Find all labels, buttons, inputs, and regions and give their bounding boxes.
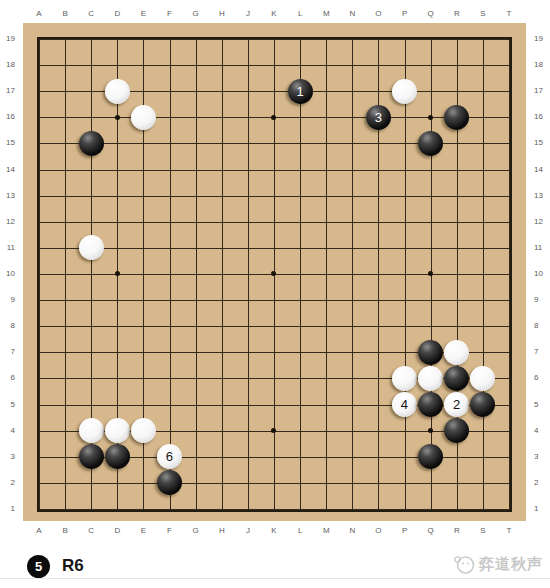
row-label-13-right: 13 bbox=[534, 191, 548, 201]
column-label-E: E bbox=[141, 526, 146, 536]
row-label-6-left: 6 bbox=[2, 373, 15, 383]
row-label-10-left: 10 bbox=[2, 269, 15, 279]
row-label-4-right: 4 bbox=[534, 426, 548, 436]
column-label-D: D bbox=[114, 526, 120, 536]
row-label-13-left: 13 bbox=[2, 191, 15, 201]
row-label-6-right: 6 bbox=[534, 373, 548, 383]
stone-black-Q3 bbox=[418, 444, 443, 469]
row-label-8-right: 8 bbox=[534, 321, 548, 331]
row-label-5-right: 5 bbox=[534, 400, 548, 410]
bottom-divider bbox=[0, 578, 550, 579]
column-label-F: F bbox=[167, 9, 172, 19]
stone-black-O16: 3 bbox=[366, 105, 391, 130]
row-label-18-left: 18 bbox=[2, 60, 15, 70]
stone-black-R16 bbox=[444, 105, 469, 130]
caption-move-stone: 5 bbox=[27, 555, 50, 578]
star-point-Q10 bbox=[428, 271, 433, 276]
row-label-3-left: 3 bbox=[2, 452, 15, 462]
column-label-O: O bbox=[375, 526, 381, 536]
column-label-N: N bbox=[349, 526, 355, 536]
stone-white-R5: 2 bbox=[444, 392, 469, 417]
column-label-L: L bbox=[298, 526, 302, 536]
stone-white-P17 bbox=[392, 79, 417, 104]
row-label-8-left: 8 bbox=[2, 321, 15, 331]
stone-black-R4 bbox=[444, 418, 469, 443]
column-label-Q: Q bbox=[428, 9, 434, 19]
column-label-K: K bbox=[271, 9, 276, 19]
stone-white-S6 bbox=[470, 366, 495, 391]
column-label-C: C bbox=[88, 526, 94, 536]
row-label-14-left: 14 bbox=[2, 165, 15, 175]
board-intersections-grid: 13426 bbox=[26, 26, 522, 522]
stone-white-P5: 4 bbox=[392, 392, 417, 417]
move-number-label: 3 bbox=[375, 111, 382, 124]
column-label-H: H bbox=[219, 526, 225, 536]
row-label-1-left: 1 bbox=[2, 504, 15, 514]
column-label-F: F bbox=[167, 526, 172, 536]
go-board: 13426 bbox=[23, 23, 526, 521]
star-point-Q16 bbox=[428, 115, 433, 120]
column-label-J: J bbox=[246, 526, 250, 536]
column-label-M: M bbox=[323, 9, 330, 19]
move-number-label: 6 bbox=[166, 450, 173, 463]
row-label-16-right: 16 bbox=[534, 112, 548, 122]
row-label-9-right: 9 bbox=[534, 295, 548, 305]
row-label-19-left: 19 bbox=[2, 34, 15, 44]
move-number-label: 2 bbox=[453, 398, 460, 411]
row-label-11-right: 11 bbox=[534, 243, 548, 253]
column-label-P: P bbox=[402, 526, 407, 536]
row-label-16-left: 16 bbox=[2, 112, 15, 122]
go-diagram-page: 13426 AABBCCDDEEFFGGHHJJKKLLMMNNOOPPQQRR… bbox=[0, 0, 550, 588]
row-label-10-right: 10 bbox=[534, 269, 548, 279]
stone-white-R7 bbox=[444, 340, 469, 365]
column-label-S: S bbox=[480, 9, 485, 19]
row-label-1-right: 1 bbox=[534, 504, 548, 514]
column-label-Q: Q bbox=[428, 526, 434, 536]
stone-black-D3 bbox=[105, 444, 130, 469]
star-point-K10 bbox=[271, 271, 276, 276]
stone-white-E16 bbox=[131, 105, 156, 130]
row-label-2-left: 2 bbox=[2, 478, 15, 488]
caption-move-number: 5 bbox=[35, 559, 42, 574]
row-label-9-left: 9 bbox=[2, 295, 15, 305]
star-point-D10 bbox=[115, 271, 120, 276]
row-label-12-right: 12 bbox=[534, 217, 548, 227]
watermark: 弈道秋声 bbox=[453, 552, 543, 576]
column-label-A: A bbox=[36, 526, 41, 536]
column-label-G: G bbox=[193, 9, 199, 19]
row-label-18-right: 18 bbox=[534, 60, 548, 70]
move-number-label: 1 bbox=[296, 85, 303, 98]
row-label-19-right: 19 bbox=[534, 34, 548, 44]
stone-white-F3: 6 bbox=[157, 444, 182, 469]
move-number-label: 4 bbox=[401, 398, 408, 411]
stone-black-Q7 bbox=[418, 340, 443, 365]
row-label-15-right: 15 bbox=[534, 138, 548, 148]
column-label-A: A bbox=[36, 9, 41, 19]
stone-black-L17: 1 bbox=[288, 79, 313, 104]
stone-white-Q6 bbox=[418, 366, 443, 391]
column-label-C: C bbox=[88, 9, 94, 19]
stone-white-D4 bbox=[105, 418, 130, 443]
column-label-T: T bbox=[507, 526, 512, 536]
row-label-12-left: 12 bbox=[2, 217, 15, 227]
column-label-N: N bbox=[349, 9, 355, 19]
column-label-O: O bbox=[375, 9, 381, 19]
column-label-K: K bbox=[271, 526, 276, 536]
column-label-L: L bbox=[298, 9, 302, 19]
column-label-R: R bbox=[454, 526, 460, 536]
row-label-11-left: 11 bbox=[2, 243, 15, 253]
stone-white-C4 bbox=[79, 418, 104, 443]
column-label-S: S bbox=[480, 526, 485, 536]
column-label-H: H bbox=[219, 9, 225, 19]
stone-white-C11 bbox=[79, 235, 104, 260]
row-label-17-left: 17 bbox=[2, 86, 15, 96]
column-label-P: P bbox=[402, 9, 407, 19]
stone-black-F2 bbox=[157, 470, 182, 495]
row-label-14-right: 14 bbox=[534, 165, 548, 175]
row-label-7-left: 7 bbox=[2, 347, 15, 357]
stone-black-Q5 bbox=[418, 392, 443, 417]
stone-black-C3 bbox=[79, 444, 104, 469]
star-point-K16 bbox=[271, 115, 276, 120]
row-label-7-right: 7 bbox=[534, 347, 548, 357]
stone-black-Q15 bbox=[418, 131, 443, 156]
star-point-D16 bbox=[115, 115, 120, 120]
column-label-E: E bbox=[141, 9, 146, 19]
stone-black-S5 bbox=[470, 392, 495, 417]
column-label-J: J bbox=[246, 9, 250, 19]
column-label-B: B bbox=[62, 9, 67, 19]
stone-white-E4 bbox=[131, 418, 156, 443]
row-label-2-right: 2 bbox=[534, 478, 548, 488]
row-label-5-left: 5 bbox=[2, 400, 15, 410]
move-caption: 5 R6 bbox=[27, 554, 84, 578]
stone-black-R6 bbox=[444, 366, 469, 391]
stone-black-C15 bbox=[79, 131, 104, 156]
column-label-D: D bbox=[114, 9, 120, 19]
column-label-R: R bbox=[454, 9, 460, 19]
star-point-Q4 bbox=[428, 428, 433, 433]
row-label-17-right: 17 bbox=[534, 86, 548, 96]
star-point-K4 bbox=[271, 428, 276, 433]
watermark-text: 弈道秋声 bbox=[479, 555, 543, 574]
row-label-4-left: 4 bbox=[2, 426, 15, 436]
stone-white-D17 bbox=[105, 79, 130, 104]
row-label-15-left: 15 bbox=[2, 138, 15, 148]
stone-white-P6 bbox=[392, 366, 417, 391]
row-label-3-right: 3 bbox=[534, 452, 548, 462]
column-label-M: M bbox=[323, 526, 330, 536]
caption-coordinate: R6 bbox=[62, 556, 84, 576]
column-label-G: G bbox=[193, 526, 199, 536]
watermark-logo-icon bbox=[453, 553, 476, 575]
column-label-T: T bbox=[507, 9, 512, 19]
column-label-B: B bbox=[62, 526, 67, 536]
